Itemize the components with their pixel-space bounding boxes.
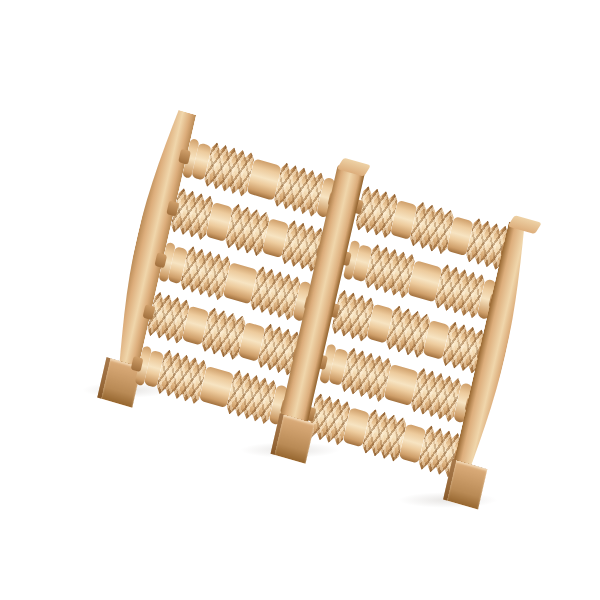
foot-massager [98, 120, 536, 516]
frame-middle-foot [271, 413, 315, 463]
product-photo [0, 0, 600, 600]
